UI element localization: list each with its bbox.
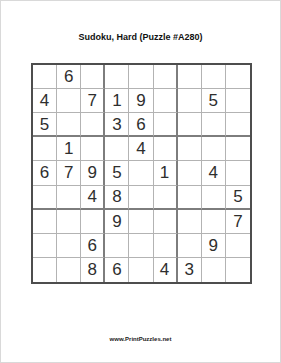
cell-r3c8 — [202, 113, 226, 137]
cell-r2c3: 7 — [81, 89, 105, 113]
cell-r8c1 — [33, 234, 57, 258]
cell-r9c6: 4 — [154, 258, 178, 282]
puzzle-title: Sudoku, Hard (Puzzle #A280) — [1, 32, 280, 42]
cell-r7c4: 9 — [105, 210, 129, 234]
cell-r5c5 — [129, 161, 153, 185]
cell-r4c4 — [105, 137, 129, 161]
cell-r7c8 — [202, 210, 226, 234]
cell-r5c6: 1 — [154, 161, 178, 185]
cell-r6c1 — [33, 186, 57, 210]
cell-r4c9 — [226, 137, 250, 161]
cell-r9c9 — [226, 258, 250, 282]
cell-r9c5 — [129, 258, 153, 282]
cell-r5c9 — [226, 161, 250, 185]
cell-r1c6 — [154, 65, 178, 89]
cell-r8c2 — [57, 234, 81, 258]
cell-r8c9 — [226, 234, 250, 258]
cell-r5c8: 4 — [202, 161, 226, 185]
cell-r4c5: 4 — [129, 137, 153, 161]
sudoku-board: 6471955361467951448597698643 — [31, 63, 252, 284]
cell-r6c9: 5 — [226, 186, 250, 210]
cell-r2c9 — [226, 89, 250, 113]
cell-r1c2: 6 — [57, 65, 81, 89]
cell-r3c5: 6 — [129, 113, 153, 137]
cell-r6c6 — [154, 186, 178, 210]
cell-r8c5 — [129, 234, 153, 258]
cell-r4c2: 1 — [57, 137, 81, 161]
cell-r3c2 — [57, 113, 81, 137]
cell-r9c8 — [202, 258, 226, 282]
cell-r6c4: 8 — [105, 186, 129, 210]
cell-r9c3: 8 — [81, 258, 105, 282]
cell-r2c2 — [57, 89, 81, 113]
cell-r4c3 — [81, 137, 105, 161]
cell-r3c1: 5 — [33, 113, 57, 137]
cell-r2c4: 1 — [105, 89, 129, 113]
cell-r1c5 — [129, 65, 153, 89]
printable-page: Sudoku, Hard (Puzzle #A280) 647195536146… — [0, 0, 281, 363]
cell-r4c8 — [202, 137, 226, 161]
cell-r5c3: 9 — [81, 161, 105, 185]
cell-r8c3: 6 — [81, 234, 105, 258]
cell-r1c3 — [81, 65, 105, 89]
cell-r1c1 — [33, 65, 57, 89]
cell-r8c6 — [154, 234, 178, 258]
cell-r7c3 — [81, 210, 105, 234]
cell-r1c7 — [178, 65, 202, 89]
cell-r1c9 — [226, 65, 250, 89]
cell-r6c2 — [57, 186, 81, 210]
cell-r2c7 — [178, 89, 202, 113]
cell-r8c8: 9 — [202, 234, 226, 258]
cell-r9c2 — [57, 258, 81, 282]
cell-r5c2: 7 — [57, 161, 81, 185]
cell-r7c6 — [154, 210, 178, 234]
cell-r1c8 — [202, 65, 226, 89]
cell-r6c8 — [202, 186, 226, 210]
cell-r9c1 — [33, 258, 57, 282]
cell-r5c7 — [178, 161, 202, 185]
cell-r5c4: 5 — [105, 161, 129, 185]
cell-r4c7 — [178, 137, 202, 161]
cell-r7c9: 7 — [226, 210, 250, 234]
cell-r2c5: 9 — [129, 89, 153, 113]
cell-r2c1: 4 — [33, 89, 57, 113]
cell-r6c7 — [178, 186, 202, 210]
footer-url: www.PrintPuzzles.net — [1, 336, 280, 342]
cell-r4c6 — [154, 137, 178, 161]
cell-r7c1 — [33, 210, 57, 234]
cell-r1c4 — [105, 65, 129, 89]
cell-r7c7 — [178, 210, 202, 234]
cell-r8c4 — [105, 234, 129, 258]
cell-r8c7 — [178, 234, 202, 258]
cell-r9c4: 6 — [105, 258, 129, 282]
cell-r3c4: 3 — [105, 113, 129, 137]
cell-r7c5 — [129, 210, 153, 234]
cell-r6c5 — [129, 186, 153, 210]
cell-r3c9 — [226, 113, 250, 137]
cell-r5c1: 6 — [33, 161, 57, 185]
cell-r2c6 — [154, 89, 178, 113]
cell-r3c3 — [81, 113, 105, 137]
cell-r4c1 — [33, 137, 57, 161]
cell-r9c7: 3 — [178, 258, 202, 282]
cell-r3c6 — [154, 113, 178, 137]
cell-r7c2 — [57, 210, 81, 234]
cell-r2c8: 5 — [202, 89, 226, 113]
cell-r6c3: 4 — [81, 186, 105, 210]
cell-r3c7 — [178, 113, 202, 137]
